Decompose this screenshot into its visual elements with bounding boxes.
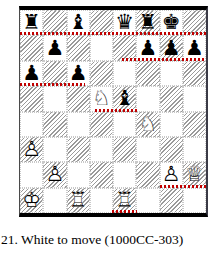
- square-b8: [43, 10, 66, 35]
- square-d1: [90, 188, 113, 213]
- square-d2: [90, 162, 113, 187]
- square-a8: ♜: [20, 10, 43, 35]
- square-f2: [136, 162, 159, 187]
- square-e3: [113, 137, 136, 162]
- square-g3: [160, 137, 183, 162]
- square-f3: [136, 137, 159, 162]
- page: ♜♝♛♜♚♟♟♟♟♟♟♞♘♝♞♘♟♙♟♙♟♙♛♕♚♔♜♖♜♖ 21. White…: [0, 0, 209, 258]
- square-g6: [160, 61, 183, 86]
- square-g2: ♟♙: [160, 162, 183, 187]
- square-b2: ♟♙: [43, 162, 66, 187]
- square-g7: ♟: [160, 35, 183, 60]
- piece-black-pawn: ♟: [69, 63, 88, 84]
- square-d5: ♞♘: [90, 86, 113, 111]
- square-c3: [67, 137, 90, 162]
- square-e7: [113, 35, 136, 60]
- square-c6: ♟: [67, 61, 90, 86]
- piece-black-pawn: ♟: [185, 38, 204, 59]
- square-d3: [90, 137, 113, 162]
- square-d7: [90, 35, 113, 60]
- square-h6: [183, 61, 206, 86]
- square-b3: [43, 137, 66, 162]
- square-c5: [67, 86, 90, 111]
- square-a6: ♟: [20, 61, 43, 86]
- square-c2: [67, 162, 90, 187]
- piece-black-king: ♚: [162, 12, 181, 33]
- square-f6: [136, 61, 159, 86]
- square-d6: [90, 61, 113, 86]
- square-h5: [183, 86, 206, 111]
- square-b4: [43, 112, 66, 137]
- square-e4: [113, 112, 136, 137]
- piece-black-bishop: ♝: [115, 88, 134, 109]
- piece-black-bishop: ♝: [69, 12, 88, 33]
- board-frame: ♜♝♛♜♚♟♟♟♟♟♟♞♘♝♞♘♟♙♟♙♟♙♛♕♚♔♜♖♜♖: [19, 6, 208, 217]
- piece-white-pawn: ♙: [45, 164, 64, 185]
- square-g5: [160, 86, 183, 111]
- square-b5: [43, 86, 66, 111]
- square-g4: [160, 112, 183, 137]
- square-c8: ♝: [67, 10, 90, 35]
- diagram-caption: 21. White to move (1000CC-303): [0, 231, 209, 250]
- piece-white-king: ♔: [22, 190, 41, 211]
- square-a7: [20, 35, 43, 60]
- square-b6: [43, 61, 66, 86]
- piece-black-pawn: ♟: [45, 38, 64, 59]
- square-b1: [43, 188, 66, 213]
- piece-white-pawn: ♙: [162, 164, 181, 185]
- square-c1: ♜♖: [67, 188, 90, 213]
- square-b7: ♟: [43, 35, 66, 60]
- square-d8: [90, 10, 113, 35]
- piece-black-pawn: ♟: [138, 38, 157, 59]
- piece-white-knight: ♘: [138, 114, 157, 135]
- chess-board: ♜♝♛♜♚♟♟♟♟♟♟♞♘♝♞♘♟♙♟♙♟♙♛♕♚♔♜♖♜♖: [20, 10, 206, 213]
- square-a5: [20, 86, 43, 111]
- square-e6: [113, 61, 136, 86]
- piece-black-pawn: ♟: [22, 63, 41, 84]
- square-a4: [20, 112, 43, 137]
- square-a3: ♟♙: [20, 137, 43, 162]
- piece-white-queen: ♕: [185, 164, 204, 185]
- piece-white-rook: ♖: [115, 190, 134, 211]
- piece-white-knight: ♘: [92, 88, 111, 109]
- square-h7: ♟: [183, 35, 206, 60]
- square-h1: [183, 188, 206, 213]
- square-f4: ♞♘: [136, 112, 159, 137]
- piece-white-pawn: ♙: [22, 139, 41, 160]
- square-f1: [136, 188, 159, 213]
- square-e5: ♝: [113, 86, 136, 111]
- square-c4: [67, 112, 90, 137]
- square-g8: ♚: [160, 10, 183, 35]
- square-h2: ♛♕: [183, 162, 206, 187]
- square-f8: ♜: [136, 10, 159, 35]
- piece-black-rook: ♜: [22, 12, 41, 33]
- piece-white-rook: ♖: [69, 190, 88, 211]
- piece-black-pawn: ♟: [162, 38, 181, 59]
- square-d4: [90, 112, 113, 137]
- square-a1: ♚♔: [20, 188, 43, 213]
- square-e8: ♛: [113, 10, 136, 35]
- square-c7: [67, 35, 90, 60]
- square-f5: [136, 86, 159, 111]
- piece-black-queen: ♛: [115, 12, 134, 33]
- square-a2: [20, 162, 43, 187]
- square-f7: ♟: [136, 35, 159, 60]
- square-h4: [183, 112, 206, 137]
- square-g1: [160, 188, 183, 213]
- square-e2: [113, 162, 136, 187]
- piece-black-rook: ♜: [138, 12, 157, 33]
- square-h3: [183, 137, 206, 162]
- square-h8: [183, 10, 206, 35]
- square-e1: ♜♖: [113, 188, 136, 213]
